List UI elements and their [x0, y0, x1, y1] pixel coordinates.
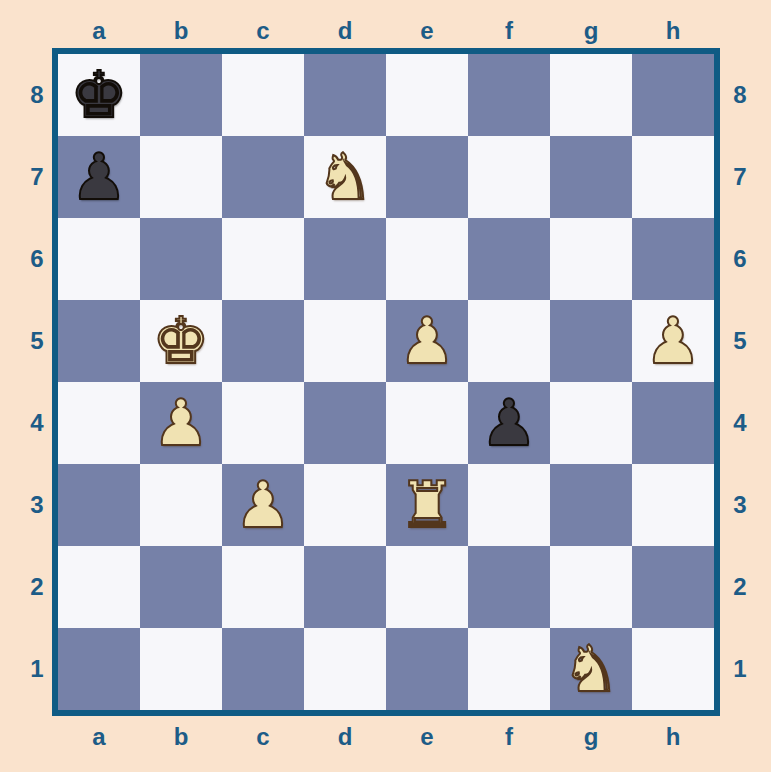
square-a8[interactable]: ♚ [58, 54, 140, 136]
square-e2[interactable] [386, 546, 468, 628]
square-d2[interactable] [304, 546, 386, 628]
square-g7[interactable] [550, 136, 632, 218]
square-g5[interactable] [550, 300, 632, 382]
square-h3[interactable] [632, 464, 714, 546]
rank-label-1: 1 [725, 628, 755, 710]
rank-label-4: 4 [22, 382, 52, 464]
white-knight: ♞ [562, 628, 619, 710]
square-b7[interactable] [140, 136, 222, 218]
rank-label-3: 3 [22, 464, 52, 546]
square-a5[interactable] [58, 300, 140, 382]
rank-label-3: 3 [725, 464, 755, 546]
rank-label-2: 2 [22, 546, 52, 628]
square-a7[interactable]: ♟ [58, 136, 140, 218]
square-h5[interactable]: ♟ [632, 300, 714, 382]
rank-label-6: 6 [22, 218, 52, 300]
square-b5[interactable]: ♚ [140, 300, 222, 382]
square-a2[interactable] [58, 546, 140, 628]
file-label-h: h [632, 722, 714, 752]
square-e8[interactable] [386, 54, 468, 136]
square-f7[interactable] [468, 136, 550, 218]
rank-label-8: 8 [725, 54, 755, 136]
square-g6[interactable] [550, 218, 632, 300]
square-e7[interactable] [386, 136, 468, 218]
square-e5[interactable]: ♟ [386, 300, 468, 382]
square-c7[interactable] [222, 136, 304, 218]
chess-diagram: abcdefgh 87654321 ♚♟♞♚♟♟♟♟♟♜♞ 87654321 a… [0, 0, 771, 772]
square-b8[interactable] [140, 54, 222, 136]
file-label-c: c [222, 16, 304, 46]
white-pawn: ♟ [234, 464, 291, 546]
white-pawn: ♟ [398, 300, 455, 382]
square-d6[interactable] [304, 218, 386, 300]
file-label-g: g [550, 16, 632, 46]
square-g3[interactable] [550, 464, 632, 546]
square-e3[interactable]: ♜ [386, 464, 468, 546]
square-e4[interactable] [386, 382, 468, 464]
file-label-b: b [140, 722, 222, 752]
square-a6[interactable] [58, 218, 140, 300]
square-f8[interactable] [468, 54, 550, 136]
file-label-h: h [632, 16, 714, 46]
chess-board: ♚♟♞♚♟♟♟♟♟♜♞ [52, 48, 720, 716]
square-g1[interactable]: ♞ [550, 628, 632, 710]
square-f5[interactable] [468, 300, 550, 382]
square-g4[interactable] [550, 382, 632, 464]
square-h6[interactable] [632, 218, 714, 300]
rank-labels-right: 87654321 [725, 54, 755, 710]
file-label-b: b [140, 16, 222, 46]
square-e6[interactable] [386, 218, 468, 300]
square-f4[interactable]: ♟ [468, 382, 550, 464]
square-h7[interactable] [632, 136, 714, 218]
square-a4[interactable] [58, 382, 140, 464]
square-b4[interactable]: ♟ [140, 382, 222, 464]
square-c4[interactable] [222, 382, 304, 464]
square-d1[interactable] [304, 628, 386, 710]
square-c2[interactable] [222, 546, 304, 628]
square-h8[interactable] [632, 54, 714, 136]
square-b6[interactable] [140, 218, 222, 300]
file-label-a: a [58, 16, 140, 46]
file-label-d: d [304, 722, 386, 752]
square-b2[interactable] [140, 546, 222, 628]
square-c1[interactable] [222, 628, 304, 710]
square-f6[interactable] [468, 218, 550, 300]
file-label-g: g [550, 722, 632, 752]
square-d3[interactable] [304, 464, 386, 546]
white-pawn: ♟ [152, 382, 209, 464]
square-c3[interactable]: ♟ [222, 464, 304, 546]
rank-label-8: 8 [22, 54, 52, 136]
file-label-e: e [386, 722, 468, 752]
square-d4[interactable] [304, 382, 386, 464]
square-f2[interactable] [468, 546, 550, 628]
square-c8[interactable] [222, 54, 304, 136]
black-pawn: ♟ [70, 136, 127, 218]
file-label-c: c [222, 722, 304, 752]
square-d8[interactable] [304, 54, 386, 136]
square-g2[interactable] [550, 546, 632, 628]
square-d5[interactable] [304, 300, 386, 382]
black-king: ♚ [70, 54, 127, 136]
square-h2[interactable] [632, 546, 714, 628]
file-labels-bottom: abcdefgh [58, 722, 714, 752]
white-king: ♚ [152, 300, 209, 382]
square-a3[interactable] [58, 464, 140, 546]
file-label-f: f [468, 16, 550, 46]
square-f1[interactable] [468, 628, 550, 710]
square-c5[interactable] [222, 300, 304, 382]
rank-label-7: 7 [725, 136, 755, 218]
rank-label-4: 4 [725, 382, 755, 464]
square-b3[interactable] [140, 464, 222, 546]
file-labels-top: abcdefgh [58, 16, 714, 46]
white-rook: ♜ [398, 464, 455, 546]
rank-label-1: 1 [22, 628, 52, 710]
square-h1[interactable] [632, 628, 714, 710]
square-d7[interactable]: ♞ [304, 136, 386, 218]
rank-label-5: 5 [22, 300, 52, 382]
white-pawn: ♟ [644, 300, 701, 382]
file-label-f: f [468, 722, 550, 752]
rank-label-6: 6 [725, 218, 755, 300]
square-f3[interactable] [468, 464, 550, 546]
rank-labels-left: 87654321 [22, 54, 52, 710]
square-a1[interactable] [58, 628, 140, 710]
square-g8[interactable] [550, 54, 632, 136]
white-knight: ♞ [316, 136, 373, 218]
square-h4[interactable] [632, 382, 714, 464]
square-e1[interactable] [386, 628, 468, 710]
rank-label-7: 7 [22, 136, 52, 218]
rank-label-2: 2 [725, 546, 755, 628]
file-label-a: a [58, 722, 140, 752]
file-label-e: e [386, 16, 468, 46]
rank-label-5: 5 [725, 300, 755, 382]
file-label-d: d [304, 16, 386, 46]
square-c6[interactable] [222, 218, 304, 300]
black-pawn: ♟ [480, 382, 537, 464]
square-b1[interactable] [140, 628, 222, 710]
